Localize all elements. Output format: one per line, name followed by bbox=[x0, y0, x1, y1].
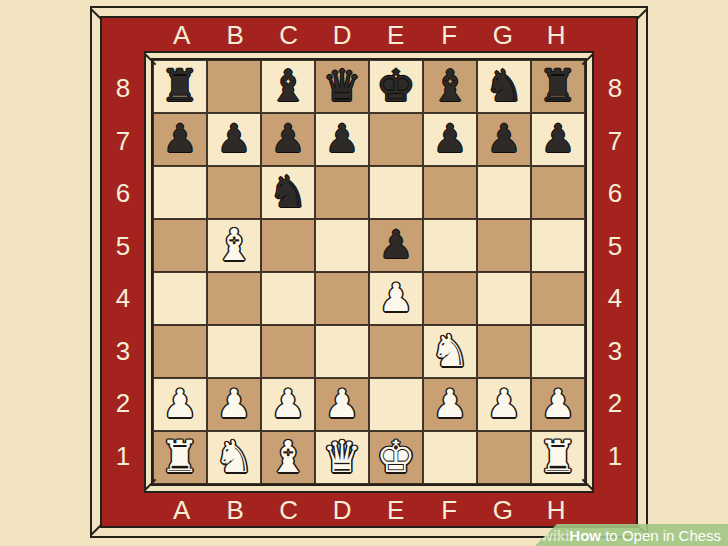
square-f1 bbox=[423, 431, 477, 484]
square-b2: ♟ bbox=[207, 378, 261, 431]
square-a4 bbox=[153, 272, 207, 325]
file-label-bottom-c: C bbox=[279, 497, 298, 523]
black-pawn-f7: ♟ bbox=[433, 119, 468, 158]
white-knight-b1: ♞ bbox=[214, 435, 253, 479]
file-label-top-b: B bbox=[227, 22, 244, 48]
rank-label-right-5: 5 bbox=[608, 233, 622, 259]
black-pawn-e5: ♟ bbox=[379, 225, 414, 264]
rank-label-right-3: 3 bbox=[608, 338, 622, 364]
rank-label-left-4: 4 bbox=[116, 285, 130, 311]
rank-label-left-5: 5 bbox=[116, 233, 130, 259]
file-labels-bottom: ABCDEFGH bbox=[144, 493, 594, 526]
square-e6 bbox=[369, 166, 423, 219]
white-pawn-c2: ♟ bbox=[271, 384, 306, 423]
square-f2: ♟ bbox=[423, 378, 477, 431]
white-pawn-a2: ♟ bbox=[163, 384, 198, 423]
rank-label-right-1: 1 bbox=[608, 443, 622, 469]
rank-label-right-8: 8 bbox=[608, 75, 622, 101]
white-pawn-e4: ♟ bbox=[379, 278, 414, 317]
square-d2: ♟ bbox=[315, 378, 369, 431]
square-c1: ♝ bbox=[261, 431, 315, 484]
chess-board: ♜♝♛♚♝♞♜♟♟♟♟♟♟♟♞♝♟♟♞♟♟♟♟♟♟♟♜♞♝♛♚♜ bbox=[151, 58, 587, 486]
square-g8: ♞ bbox=[477, 60, 531, 113]
square-g6 bbox=[477, 166, 531, 219]
square-b6 bbox=[207, 166, 261, 219]
square-e3 bbox=[369, 325, 423, 378]
rank-labels-left: 87654321 bbox=[102, 51, 144, 493]
file-label-bottom-f: F bbox=[441, 497, 457, 523]
square-b7: ♟ bbox=[207, 113, 261, 166]
square-e2 bbox=[369, 378, 423, 431]
square-d5 bbox=[315, 219, 369, 272]
board-inner-bevel: ♜♝♛♚♝♞♜♟♟♟♟♟♟♟♞♝♟♟♞♟♟♟♟♟♟♟♜♞♝♛♚♜ bbox=[144, 51, 594, 493]
file-label-top-f: F bbox=[441, 22, 457, 48]
square-h3 bbox=[531, 325, 585, 378]
black-pawn-a7: ♟ bbox=[163, 119, 198, 158]
white-bishop-c1: ♝ bbox=[268, 435, 307, 479]
square-b8 bbox=[207, 60, 261, 113]
file-label-top-g: G bbox=[493, 22, 513, 48]
square-d1: ♛ bbox=[315, 431, 369, 484]
rank-label-right-7: 7 bbox=[608, 128, 622, 154]
rank-label-left-8: 8 bbox=[116, 75, 130, 101]
square-h1: ♜ bbox=[531, 431, 585, 484]
white-pawn-d2: ♟ bbox=[325, 384, 360, 423]
rank-labels-right: 87654321 bbox=[594, 51, 636, 493]
rank-label-right-6: 6 bbox=[608, 180, 622, 206]
square-d6 bbox=[315, 166, 369, 219]
file-label-top-e: E bbox=[387, 22, 404, 48]
square-c3 bbox=[261, 325, 315, 378]
board-red-border: ABCDEFGH ABCDEFGH 87654321 87654321 ♜♝♛♚… bbox=[100, 16, 638, 528]
square-c6: ♞ bbox=[261, 166, 315, 219]
white-queen-d1: ♛ bbox=[322, 435, 361, 479]
square-d7: ♟ bbox=[315, 113, 369, 166]
file-label-bottom-b: B bbox=[227, 497, 244, 523]
square-h8: ♜ bbox=[531, 60, 585, 113]
square-b5: ♝ bbox=[207, 219, 261, 272]
square-a5 bbox=[153, 219, 207, 272]
file-label-bottom-e: E bbox=[387, 497, 404, 523]
white-rook-a1: ♜ bbox=[160, 435, 199, 479]
rank-label-right-2: 2 bbox=[608, 390, 622, 416]
black-pawn-g7: ♟ bbox=[487, 119, 522, 158]
square-d4 bbox=[315, 272, 369, 325]
square-f7: ♟ bbox=[423, 113, 477, 166]
square-f6 bbox=[423, 166, 477, 219]
white-bishop-b5: ♝ bbox=[214, 223, 253, 267]
wikihow-watermark: wikiHow to Open in Chess bbox=[535, 524, 728, 546]
square-b4 bbox=[207, 272, 261, 325]
square-g4 bbox=[477, 272, 531, 325]
square-g2: ♟ bbox=[477, 378, 531, 431]
white-king-e1: ♚ bbox=[376, 435, 415, 479]
square-g5 bbox=[477, 219, 531, 272]
white-rook-h1: ♜ bbox=[538, 435, 577, 479]
square-c2: ♟ bbox=[261, 378, 315, 431]
rank-label-left-2: 2 bbox=[116, 390, 130, 416]
square-h7: ♟ bbox=[531, 113, 585, 166]
rank-label-left-1: 1 bbox=[116, 443, 130, 469]
black-knight-g8: ♞ bbox=[484, 64, 523, 108]
black-pawn-h7: ♟ bbox=[541, 119, 576, 158]
square-c7: ♟ bbox=[261, 113, 315, 166]
square-f5 bbox=[423, 219, 477, 272]
white-pawn-h2: ♟ bbox=[541, 384, 576, 423]
square-a1: ♜ bbox=[153, 431, 207, 484]
square-c4 bbox=[261, 272, 315, 325]
square-a2: ♟ bbox=[153, 378, 207, 431]
black-king-e8: ♚ bbox=[376, 64, 415, 108]
watermark-how-text: How bbox=[569, 527, 601, 544]
black-bishop-f8: ♝ bbox=[430, 64, 469, 108]
file-label-top-d: D bbox=[333, 22, 352, 48]
file-label-bottom-d: D bbox=[333, 497, 352, 523]
square-e5: ♟ bbox=[369, 219, 423, 272]
square-a7: ♟ bbox=[153, 113, 207, 166]
square-a8: ♜ bbox=[153, 60, 207, 113]
square-a3 bbox=[153, 325, 207, 378]
square-h4 bbox=[531, 272, 585, 325]
file-label-bottom-g: G bbox=[493, 497, 513, 523]
square-c8: ♝ bbox=[261, 60, 315, 113]
black-bishop-c8: ♝ bbox=[268, 64, 307, 108]
black-pawn-c7: ♟ bbox=[271, 119, 306, 158]
black-pawn-d7: ♟ bbox=[325, 119, 360, 158]
file-label-bottom-h: H bbox=[547, 497, 566, 523]
square-d8: ♛ bbox=[315, 60, 369, 113]
white-knight-f3: ♞ bbox=[430, 329, 469, 373]
square-f8: ♝ bbox=[423, 60, 477, 113]
square-a6 bbox=[153, 166, 207, 219]
rank-label-left-3: 3 bbox=[116, 338, 130, 364]
black-queen-d8: ♛ bbox=[322, 64, 361, 108]
file-label-top-c: C bbox=[279, 22, 298, 48]
watermark-title-text: to Open in Chess bbox=[601, 527, 721, 544]
square-f3: ♞ bbox=[423, 325, 477, 378]
square-g1 bbox=[477, 431, 531, 484]
square-c5 bbox=[261, 219, 315, 272]
square-h2: ♟ bbox=[531, 378, 585, 431]
black-pawn-b7: ♟ bbox=[217, 119, 252, 158]
square-g7: ♟ bbox=[477, 113, 531, 166]
square-f4 bbox=[423, 272, 477, 325]
file-labels-top: ABCDEFGH bbox=[144, 18, 594, 51]
black-knight-c6: ♞ bbox=[268, 170, 307, 214]
white-pawn-f2: ♟ bbox=[433, 384, 468, 423]
square-e1: ♚ bbox=[369, 431, 423, 484]
square-e4: ♟ bbox=[369, 272, 423, 325]
square-b1: ♞ bbox=[207, 431, 261, 484]
chess-board-frame: ABCDEFGH ABCDEFGH 87654321 87654321 ♜♝♛♚… bbox=[90, 6, 648, 538]
square-h5 bbox=[531, 219, 585, 272]
square-h6 bbox=[531, 166, 585, 219]
rank-label-left-7: 7 bbox=[116, 128, 130, 154]
file-label-bottom-a: A bbox=[173, 497, 190, 523]
rank-label-right-4: 4 bbox=[608, 285, 622, 311]
square-g3 bbox=[477, 325, 531, 378]
rank-label-left-6: 6 bbox=[116, 180, 130, 206]
file-label-top-a: A bbox=[173, 22, 190, 48]
black-rook-h8: ♜ bbox=[538, 64, 577, 108]
square-e8: ♚ bbox=[369, 60, 423, 113]
white-pawn-g2: ♟ bbox=[487, 384, 522, 423]
square-b3 bbox=[207, 325, 261, 378]
square-e7 bbox=[369, 113, 423, 166]
white-pawn-b2: ♟ bbox=[217, 384, 252, 423]
file-label-top-h: H bbox=[547, 22, 566, 48]
square-d3 bbox=[315, 325, 369, 378]
black-rook-a8: ♜ bbox=[160, 64, 199, 108]
